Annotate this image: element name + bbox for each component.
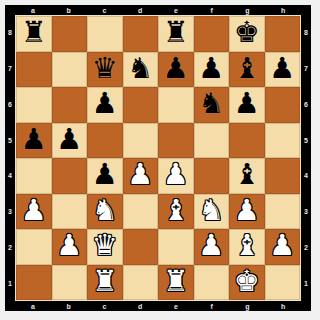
square-c5[interactable]: [87, 123, 123, 159]
file-label-e: e: [158, 5, 194, 15]
rank-label-4: 4: [5, 158, 15, 194]
square-g4[interactable]: ♝: [229, 158, 265, 194]
black-pawn-icon[interactable]: ♟: [163, 54, 189, 83]
black-knight-icon[interactable]: ♞: [198, 89, 224, 118]
black-rook-icon[interactable]: ♜: [21, 18, 47, 47]
square-h2[interactable]: ♟: [265, 229, 301, 265]
white-pawn-icon[interactable]: ♟: [127, 160, 153, 189]
rank-label-3: 3: [5, 194, 15, 230]
black-pawn-icon[interactable]: ♟: [56, 125, 82, 154]
white-pawn-icon[interactable]: ♟: [269, 231, 295, 260]
square-f3[interactable]: ♞: [194, 194, 230, 230]
file-label-b: b: [51, 301, 87, 311]
square-b8[interactable]: [52, 16, 88, 52]
square-e4[interactable]: ♟: [158, 158, 194, 194]
black-knight-icon[interactable]: ♞: [127, 54, 153, 83]
square-h5[interactable]: [265, 123, 301, 159]
file-label-d: d: [122, 301, 158, 311]
black-bishop-icon[interactable]: ♝: [234, 54, 260, 83]
square-a7[interactable]: [16, 52, 52, 88]
square-g6[interactable]: ♟: [229, 87, 265, 123]
file-label-d: d: [122, 5, 158, 15]
rank-labels-right: 87654321: [301, 15, 311, 301]
rank-label-7: 7: [5, 51, 15, 87]
square-a4[interactable]: [16, 158, 52, 194]
file-labels-bottom: abcdefgh: [15, 301, 301, 311]
rank-label-6: 6: [301, 87, 311, 123]
white-pawn-icon[interactable]: ♟: [163, 160, 189, 189]
white-bishop-icon[interactable]: ♝: [163, 196, 189, 225]
square-c8[interactable]: [87, 16, 123, 52]
square-c1[interactable]: ♜: [87, 265, 123, 301]
square-c2[interactable]: ♛: [87, 229, 123, 265]
square-d3[interactable]: [123, 194, 159, 230]
black-pawn-icon[interactable]: ♟: [92, 89, 118, 118]
rank-label-1: 1: [5, 265, 15, 301]
white-queen-icon[interactable]: ♛: [92, 231, 118, 260]
white-pawn-icon[interactable]: ♟: [234, 196, 260, 225]
square-a1[interactable]: [16, 265, 52, 301]
square-e7[interactable]: ♟: [158, 52, 194, 88]
rank-label-4: 4: [301, 158, 311, 194]
page-background: abcdefgh abcdefgh 87654321 87654321 ♜♜♚♛…: [0, 0, 320, 320]
file-label-c: c: [87, 5, 123, 15]
rank-label-2: 2: [301, 230, 311, 266]
square-f4[interactable]: [194, 158, 230, 194]
black-rook-icon[interactable]: ♜: [163, 18, 189, 47]
rank-label-6: 6: [5, 87, 15, 123]
square-a3[interactable]: ♟: [16, 194, 52, 230]
square-g2[interactable]: ♝: [229, 229, 265, 265]
square-e6[interactable]: [158, 87, 194, 123]
white-king-icon[interactable]: ♚: [234, 267, 260, 296]
file-labels-top: abcdefgh: [15, 5, 301, 15]
white-pawn-icon[interactable]: ♟: [21, 196, 47, 225]
rank-label-8: 8: [5, 15, 15, 51]
square-b4[interactable]: [52, 158, 88, 194]
square-c4[interactable]: ♟: [87, 158, 123, 194]
square-h8[interactable]: [265, 16, 301, 52]
square-g8[interactable]: ♚: [229, 16, 265, 52]
square-a6[interactable]: [16, 87, 52, 123]
square-g1[interactable]: ♚: [229, 265, 265, 301]
square-e3[interactable]: ♝: [158, 194, 194, 230]
square-h1[interactable]: [265, 265, 301, 301]
black-pawn-icon[interactable]: ♟: [92, 160, 118, 189]
square-b1[interactable]: [52, 265, 88, 301]
square-g3[interactable]: ♟: [229, 194, 265, 230]
square-g7[interactable]: ♝: [229, 52, 265, 88]
file-label-c: c: [87, 301, 123, 311]
file-label-g: g: [230, 5, 266, 15]
square-f5[interactable]: [194, 123, 230, 159]
rank-label-7: 7: [301, 51, 311, 87]
square-c7[interactable]: ♛: [87, 52, 123, 88]
square-d1[interactable]: [123, 265, 159, 301]
square-d8[interactable]: [123, 16, 159, 52]
square-e2[interactable]: [158, 229, 194, 265]
square-f2[interactable]: ♟: [194, 229, 230, 265]
rank-label-3: 3: [301, 194, 311, 230]
file-label-f: f: [194, 301, 230, 311]
square-c6[interactable]: ♟: [87, 87, 123, 123]
black-pawn-icon[interactable]: ♟: [21, 125, 47, 154]
square-c3[interactable]: ♞: [87, 194, 123, 230]
square-e1[interactable]: ♜: [158, 265, 194, 301]
file-label-e: e: [158, 301, 194, 311]
square-h6[interactable]: [265, 87, 301, 123]
rank-labels-left: 87654321: [5, 15, 15, 301]
file-label-a: a: [15, 301, 51, 311]
square-f6[interactable]: ♞: [194, 87, 230, 123]
rank-label-2: 2: [5, 230, 15, 266]
white-bishop-icon[interactable]: ♝: [234, 231, 260, 260]
square-d2[interactable]: [123, 229, 159, 265]
file-label-f: f: [194, 5, 230, 15]
file-label-h: h: [265, 301, 301, 311]
square-a8[interactable]: ♜: [16, 16, 52, 52]
square-b5[interactable]: ♟: [52, 123, 88, 159]
rank-label-5: 5: [301, 122, 311, 158]
square-e8[interactable]: ♜: [158, 16, 194, 52]
white-rook-icon[interactable]: ♜: [163, 267, 189, 296]
square-d7[interactable]: ♞: [123, 52, 159, 88]
black-pawn-icon[interactable]: ♟: [269, 54, 295, 83]
square-g5[interactable]: [229, 123, 265, 159]
square-b7[interactable]: [52, 52, 88, 88]
square-d5[interactable]: [123, 123, 159, 159]
board-frame: abcdefgh abcdefgh 87654321 87654321 ♜♜♚♛…: [5, 5, 311, 311]
black-queen-icon[interactable]: ♛: [92, 54, 118, 83]
square-h4[interactable]: [265, 158, 301, 194]
rank-label-8: 8: [301, 15, 311, 51]
rank-label-1: 1: [301, 265, 311, 301]
square-b2[interactable]: ♟: [52, 229, 88, 265]
square-h7[interactable]: ♟: [265, 52, 301, 88]
white-pawn-icon[interactable]: ♟: [56, 231, 82, 260]
file-label-a: a: [15, 5, 51, 15]
square-f1[interactable]: [194, 265, 230, 301]
square-d4[interactable]: ♟: [123, 158, 159, 194]
white-knight-icon[interactable]: ♞: [92, 196, 118, 225]
file-label-g: g: [230, 301, 266, 311]
black-king-icon[interactable]: ♚: [234, 18, 260, 47]
square-b3[interactable]: [52, 194, 88, 230]
square-h3[interactable]: [265, 194, 301, 230]
white-knight-icon[interactable]: ♞: [198, 196, 224, 225]
black-pawn-icon[interactable]: ♟: [234, 89, 260, 118]
black-pawn-icon[interactable]: ♟: [198, 54, 224, 83]
white-rook-icon[interactable]: ♜: [92, 267, 118, 296]
square-d6[interactable]: [123, 87, 159, 123]
file-label-b: b: [51, 5, 87, 15]
file-label-h: h: [265, 5, 301, 15]
black-bishop-icon[interactable]: ♝: [234, 160, 260, 189]
chess-board: ♜♜♚♛♞♟♟♝♟♟♞♟♟♟♟♟♟♝♟♞♝♞♟♟♛♟♝♟♜♜♚: [15, 15, 301, 301]
square-a5[interactable]: ♟: [16, 123, 52, 159]
square-e5[interactable]: [158, 123, 194, 159]
square-f7[interactable]: ♟: [194, 52, 230, 88]
white-pawn-icon[interactable]: ♟: [198, 231, 224, 260]
rank-label-5: 5: [5, 122, 15, 158]
square-f8[interactable]: [194, 16, 230, 52]
square-a2[interactable]: [16, 229, 52, 265]
square-b6[interactable]: [52, 87, 88, 123]
